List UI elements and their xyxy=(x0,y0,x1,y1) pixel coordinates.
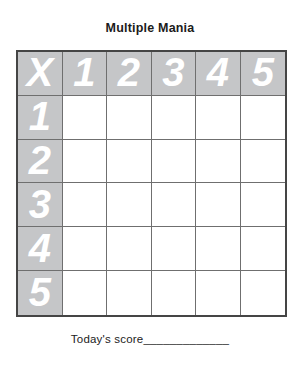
score-line: Today's score_____________ xyxy=(0,333,300,345)
row-header-5: 5 xyxy=(18,271,63,315)
answer-cell-r4c4[interactable] xyxy=(196,227,241,271)
answer-cell-r4c1[interactable] xyxy=(63,227,108,271)
answer-cell-r3c5[interactable] xyxy=(241,183,286,227)
col-header-4: 4 xyxy=(196,52,241,96)
answer-cell-r5c5[interactable] xyxy=(241,271,286,315)
col-header-1: 1 xyxy=(63,52,108,96)
header-cell-x: X xyxy=(18,52,63,96)
answer-cell-r1c4[interactable] xyxy=(196,96,241,140)
answer-cell-r5c1[interactable] xyxy=(63,271,108,315)
answer-cell-r4c5[interactable] xyxy=(241,227,286,271)
answer-cell-r5c2[interactable] xyxy=(107,271,152,315)
multiplication-grid: X1234512345 xyxy=(16,50,287,317)
answer-cell-r4c2[interactable] xyxy=(107,227,152,271)
answer-cell-r2c5[interactable] xyxy=(241,140,286,184)
answer-cell-r3c3[interactable] xyxy=(152,183,197,227)
answer-cell-r2c3[interactable] xyxy=(152,140,197,184)
answer-cell-r3c4[interactable] xyxy=(196,183,241,227)
answer-cell-r1c5[interactable] xyxy=(241,96,286,140)
answer-cell-r5c3[interactable] xyxy=(152,271,197,315)
answer-cell-r2c4[interactable] xyxy=(196,140,241,184)
page-title: Multiple Mania xyxy=(0,21,300,35)
answer-cell-r2c1[interactable] xyxy=(63,140,108,184)
row-header-2: 2 xyxy=(18,140,63,184)
col-header-5: 5 xyxy=(241,52,286,96)
answer-cell-r2c2[interactable] xyxy=(107,140,152,184)
col-header-3: 3 xyxy=(152,52,197,96)
answer-cell-r4c3[interactable] xyxy=(152,227,197,271)
row-header-4: 4 xyxy=(18,227,63,271)
answer-cell-r3c1[interactable] xyxy=(63,183,108,227)
col-header-2: 2 xyxy=(107,52,152,96)
answer-cell-r1c2[interactable] xyxy=(107,96,152,140)
row-header-3: 3 xyxy=(18,183,63,227)
answer-cell-r3c2[interactable] xyxy=(107,183,152,227)
answer-cell-r1c1[interactable] xyxy=(63,96,108,140)
answer-cell-r5c4[interactable] xyxy=(196,271,241,315)
answer-cell-r1c3[interactable] xyxy=(152,96,197,140)
worksheet-page: Multiple Mania X1234512345 Today's score… xyxy=(0,0,300,375)
row-header-1: 1 xyxy=(18,96,63,140)
